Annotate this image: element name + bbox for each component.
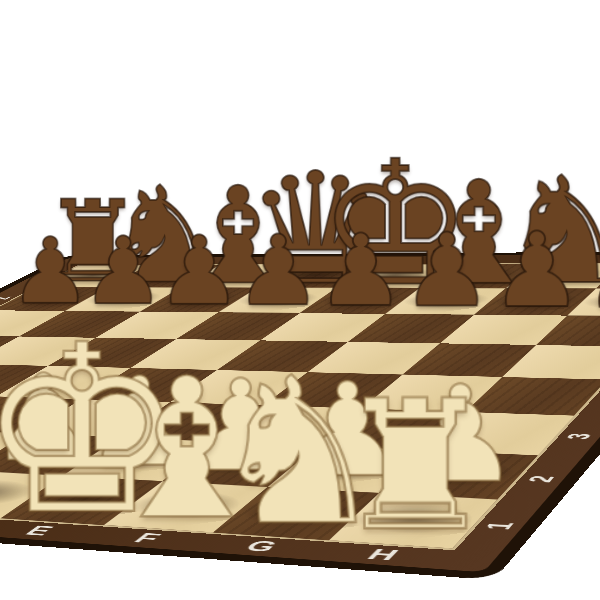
square-f7[interactable]: ♟ [385,288,506,315]
board-scene: ♜♞♝♛♚♝♞♜♟♟♟♟♟♟♟♟♟♟♟♟♟♟♟♟♜♞♝♛♚♝♞♜ ABCDEFG… [0,0,600,600]
rank-label-left-8: 8 [5,272,87,279]
product-photo-stage: ♜♞♝♛♚♝♞♜♟♟♟♟♟♟♟♟♟♟♟♟♟♟♟♟♜♞♝♛♚♝♞♜ ABCDEFG… [0,0,600,600]
chess-board: ♜♞♝♛♚♝♞♜♟♟♟♟♟♟♟♟♟♟♟♟♟♟♟♟♜♞♝♛♚♝♞♜ ABCDEFG… [0,251,600,580]
piece-dark-pawn[interactable]: ♟ [583,217,600,323]
